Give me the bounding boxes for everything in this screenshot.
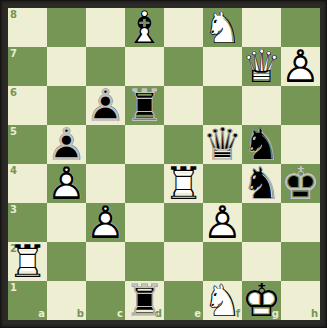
pawn-glyph-fill: ♟ [86,86,125,125]
square-c5[interactable] [86,125,125,164]
square-a7[interactable]: 7 [8,47,47,86]
square-a6[interactable]: 6 [8,86,47,125]
black-knight-g4[interactable]: ♞♘ [242,164,281,203]
pawn-glyph-outline: ♙ [86,86,125,125]
square-e5[interactable] [164,125,203,164]
pawn-glyph-outline: ♙ [47,125,86,164]
square-d5[interactable] [125,125,164,164]
square-d6[interactable]: ♜♖ [125,86,164,125]
knight-glyph-fill: ♞ [242,125,281,164]
rook-glyph-fill: ♜ [125,281,164,320]
rook-glyph-fill: ♜ [125,86,164,125]
file-label-b: b [77,309,84,319]
chess-app-window: 8♝♗♞♘7♛♕♟♙6♟♙♜♖5♟♙♛♕♞♘4♟♙♜♖♞♘♚♔3♟♙♟♙2♜♖1… [0,0,327,328]
square-b2[interactable] [47,242,86,281]
knight-glyph-fill: ♞ [242,164,281,203]
square-g7[interactable]: ♛♕ [242,47,281,86]
square-g1[interactable]: g♚♔ [242,281,281,320]
rank-label-8: 8 [10,10,17,20]
pawn-glyph-outline: ♙ [281,47,320,86]
square-a8[interactable]: 8 [8,8,47,47]
square-e8[interactable] [164,8,203,47]
king-glyph-fill: ♚ [281,164,320,203]
black-queen-f5[interactable]: ♛♕ [203,125,242,164]
file-label-a: a [38,309,45,319]
square-h8[interactable] [281,8,320,47]
knight-glyph-outline: ♘ [242,164,281,203]
square-f2[interactable] [203,242,242,281]
white-rook-a2[interactable]: ♜♖ [8,242,47,281]
pawn-glyph-fill: ♟ [86,203,125,242]
white-king-g1[interactable]: ♚♔ [242,281,281,320]
square-f5[interactable]: ♛♕ [203,125,242,164]
knight-glyph-outline: ♘ [203,281,242,320]
square-g4[interactable]: ♞♘ [242,164,281,203]
square-f6[interactable] [203,86,242,125]
square-d8[interactable]: ♝♗ [125,8,164,47]
rook-glyph-fill: ♜ [8,242,47,281]
square-d3[interactable] [125,203,164,242]
square-a4[interactable]: 4 [8,164,47,203]
square-a3[interactable]: 3 [8,203,47,242]
square-f8[interactable]: ♞♘ [203,8,242,47]
white-rook-e4[interactable]: ♜♖ [164,164,203,203]
king-glyph-outline: ♔ [281,164,320,203]
square-c7[interactable] [86,47,125,86]
square-h3[interactable] [281,203,320,242]
black-knight-g5[interactable]: ♞♘ [242,125,281,164]
bishop-glyph-fill: ♝ [125,8,164,47]
square-d1[interactable]: d♜♖ [125,281,164,320]
king-glyph-fill: ♚ [242,281,281,320]
square-b3[interactable] [47,203,86,242]
rook-glyph-outline: ♖ [8,242,47,281]
rook-glyph-outline: ♖ [125,281,164,320]
white-pawn-h7[interactable]: ♟♙ [281,47,320,86]
pawn-glyph-fill: ♟ [281,47,320,86]
square-g3[interactable] [242,203,281,242]
square-a2[interactable]: 2♜♖ [8,242,47,281]
knight-glyph-outline: ♘ [203,8,242,47]
square-h7[interactable]: ♟♙ [281,47,320,86]
pawn-glyph-fill: ♟ [47,125,86,164]
rank-label-1: 1 [10,283,17,293]
rank-label-4: 4 [10,166,17,176]
chess-board: 8♝♗♞♘7♛♕♟♙6♟♙♜♖5♟♙♛♕♞♘4♟♙♜♖♞♘♚♔3♟♙♟♙2♜♖1… [8,8,320,320]
square-d7[interactable] [125,47,164,86]
square-a5[interactable]: 5 [8,125,47,164]
square-h6[interactable] [281,86,320,125]
square-f3[interactable]: ♟♙ [203,203,242,242]
rank-label-5: 5 [10,127,17,137]
square-e3[interactable] [164,203,203,242]
square-g8[interactable] [242,8,281,47]
rook-glyph-fill: ♜ [164,164,203,203]
pawn-glyph-outline: ♙ [47,164,86,203]
black-rook-d6[interactable]: ♜♖ [125,86,164,125]
square-h1[interactable]: h [281,281,320,320]
white-knight-f8[interactable]: ♞♘ [203,8,242,47]
square-g2[interactable] [242,242,281,281]
rank-label-3: 3 [10,205,17,215]
rook-glyph-outline: ♖ [164,164,203,203]
black-pawn-b5[interactable]: ♟♙ [47,125,86,164]
square-e6[interactable] [164,86,203,125]
white-knight-f1[interactable]: ♞♘ [203,281,242,320]
square-f1[interactable]: f♞♘ [203,281,242,320]
square-g5[interactable]: ♞♘ [242,125,281,164]
queen-glyph-outline: ♕ [203,125,242,164]
file-label-e: e [194,309,201,319]
black-rook-d1[interactable]: ♜♖ [125,281,164,320]
queen-glyph-fill: ♛ [203,125,242,164]
square-c8[interactable] [86,8,125,47]
square-b5[interactable]: ♟♙ [47,125,86,164]
file-label-h: h [311,309,318,319]
square-c1[interactable]: c [86,281,125,320]
white-bishop-d8[interactable]: ♝♗ [125,8,164,47]
square-c4[interactable] [86,164,125,203]
knight-glyph-fill: ♞ [203,8,242,47]
pawn-glyph-fill: ♟ [47,164,86,203]
knight-glyph-fill: ♞ [203,281,242,320]
queen-glyph-fill: ♛ [242,47,281,86]
square-b1[interactable]: b [47,281,86,320]
white-pawn-c3[interactable]: ♟♙ [86,203,125,242]
square-b6[interactable] [47,86,86,125]
file-label-c: c [117,309,123,319]
square-b8[interactable] [47,8,86,47]
rook-glyph-outline: ♖ [125,86,164,125]
bishop-glyph-outline: ♗ [125,8,164,47]
square-d4[interactable] [125,164,164,203]
square-e2[interactable] [164,242,203,281]
square-h4[interactable]: ♚♔ [281,164,320,203]
pawn-glyph-outline: ♙ [86,203,125,242]
square-h5[interactable] [281,125,320,164]
square-f4[interactable] [203,164,242,203]
square-g6[interactable] [242,86,281,125]
pawn-glyph-fill: ♟ [203,203,242,242]
knight-glyph-outline: ♘ [242,125,281,164]
square-e1[interactable]: e [164,281,203,320]
square-c6[interactable]: ♟♙ [86,86,125,125]
rank-label-7: 7 [10,49,17,59]
square-c2[interactable] [86,242,125,281]
queen-glyph-outline: ♕ [242,47,281,86]
square-d2[interactable] [125,242,164,281]
black-pawn-c6[interactable]: ♟♙ [86,86,125,125]
rank-label-6: 6 [10,88,17,98]
black-king-h4[interactable]: ♚♔ [281,164,320,203]
square-e4[interactable]: ♜♖ [164,164,203,203]
square-b7[interactable] [47,47,86,86]
square-a1[interactable]: 1a [8,281,47,320]
square-b4[interactable]: ♟♙ [47,164,86,203]
white-queen-g7[interactable]: ♛♕ [242,47,281,86]
square-f7[interactable] [203,47,242,86]
pawn-glyph-outline: ♙ [203,203,242,242]
square-c3[interactable]: ♟♙ [86,203,125,242]
white-pawn-b4[interactable]: ♟♙ [47,164,86,203]
white-pawn-f3[interactable]: ♟♙ [203,203,242,242]
king-glyph-outline: ♔ [242,281,281,320]
square-h2[interactable] [281,242,320,281]
square-e7[interactable] [164,47,203,86]
